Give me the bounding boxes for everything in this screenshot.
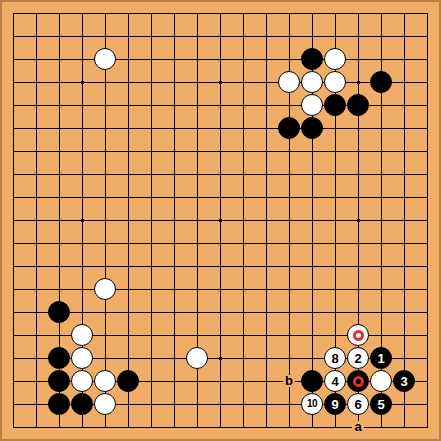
point-17-16: 3 (393, 370, 416, 393)
point-15-17: 6 (347, 393, 370, 416)
black-stone (117, 370, 139, 392)
white-stone-move-4: 4 (324, 370, 346, 392)
star-point (209, 209, 232, 232)
white-stone (186, 347, 208, 369)
white-stone (278, 71, 300, 93)
move-number: 9 (331, 398, 338, 411)
point-2-13 (48, 301, 71, 324)
black-stone (347, 94, 369, 116)
circle-mark-icon (353, 330, 364, 341)
point-13-17: 10 (301, 393, 324, 416)
point-14-17: 9 (324, 393, 347, 416)
star-point (347, 209, 370, 232)
point-16-17: 5 (370, 393, 393, 416)
point-13-3 (301, 71, 324, 94)
star-point (71, 71, 94, 94)
black-stone (370, 71, 392, 93)
star-point-dot (357, 81, 360, 84)
point-4-17 (94, 393, 117, 416)
point-13-16 (301, 370, 324, 393)
black-stone (48, 347, 70, 369)
black-stone (71, 393, 93, 415)
point-14-15: 8 (324, 347, 347, 370)
move-number: 4 (331, 375, 338, 388)
black-stone-move-1: 1 (370, 347, 392, 369)
point-15-4 (347, 94, 370, 117)
white-stone (94, 370, 116, 392)
point-3-16 (71, 370, 94, 393)
point-4-16 (94, 370, 117, 393)
black-stone (48, 393, 70, 415)
white-stone (324, 71, 346, 93)
stone-grid: 8214310965ab (2, 2, 439, 439)
point-14-2 (324, 48, 347, 71)
go-board: 8214310965ab (0, 0, 441, 441)
point-4-12 (94, 278, 117, 301)
point-label-b: b (278, 370, 301, 393)
point-15-14 (347, 324, 370, 347)
white-stone (301, 71, 323, 93)
move-number: 8 (331, 352, 338, 365)
move-number: 2 (354, 352, 361, 365)
black-stone-move-5: 5 (370, 393, 392, 415)
point-16-16 (370, 370, 393, 393)
white-stone-move-2: 2 (347, 347, 369, 369)
black-stone (301, 370, 323, 392)
star-point-dot (219, 219, 222, 222)
point-2-15 (48, 347, 71, 370)
black-stone (48, 301, 70, 323)
point-2-17 (48, 393, 71, 416)
point-14-16: 4 (324, 370, 347, 393)
white-stone (71, 347, 93, 369)
white-stone (94, 393, 116, 415)
point-13-5 (301, 117, 324, 140)
star-point-dot (357, 219, 360, 222)
black-stone (278, 117, 300, 139)
white-stone-move-8: 8 (324, 347, 346, 369)
point-12-3 (278, 71, 301, 94)
white-stone (301, 94, 323, 116)
black-stone (301, 48, 323, 70)
move-number: 3 (400, 375, 407, 388)
star-point-dot (219, 357, 222, 360)
star-point (209, 71, 232, 94)
white-stone-move-10: 10 (301, 393, 323, 415)
black-stone (48, 370, 70, 392)
black-stone (324, 94, 346, 116)
star-point-dot (81, 219, 84, 222)
point-3-17 (71, 393, 94, 416)
point-16-15: 1 (370, 347, 393, 370)
point-3-14 (71, 324, 94, 347)
black-stone-move-9: 9 (324, 393, 346, 415)
star-point (347, 71, 370, 94)
white-stone (71, 324, 93, 346)
white-stone (324, 48, 346, 70)
move-number: 1 (377, 352, 384, 365)
circle-mark-icon (353, 376, 364, 387)
point-12-5 (278, 117, 301, 140)
point-13-4 (301, 94, 324, 117)
label-text: a (352, 421, 363, 433)
point-4-2 (94, 48, 117, 71)
white-stone (94, 278, 116, 300)
point-16-3 (370, 71, 393, 94)
white-stone-move-6: 6 (347, 393, 369, 415)
white-stone-marked (347, 324, 369, 346)
point-15-15: 2 (347, 347, 370, 370)
label-text: b (283, 375, 295, 387)
point-3-15 (71, 347, 94, 370)
point-15-16 (347, 370, 370, 393)
black-stone (301, 117, 323, 139)
move-number: 5 (377, 398, 384, 411)
white-stone (94, 48, 116, 70)
point-label-a: a (347, 416, 370, 439)
black-stone-marked (347, 370, 369, 392)
star-point-dot (219, 81, 222, 84)
point-5-16 (117, 370, 140, 393)
point-14-3 (324, 71, 347, 94)
move-number: 10 (307, 399, 317, 409)
point-2-16 (48, 370, 71, 393)
white-stone (71, 370, 93, 392)
point-13-2 (301, 48, 324, 71)
star-point (71, 209, 94, 232)
star-point-dot (81, 81, 84, 84)
move-number: 6 (354, 398, 361, 411)
star-point (209, 347, 232, 370)
black-stone-move-3: 3 (393, 370, 415, 392)
point-8-15 (186, 347, 209, 370)
white-stone (370, 370, 392, 392)
point-14-4 (324, 94, 347, 117)
